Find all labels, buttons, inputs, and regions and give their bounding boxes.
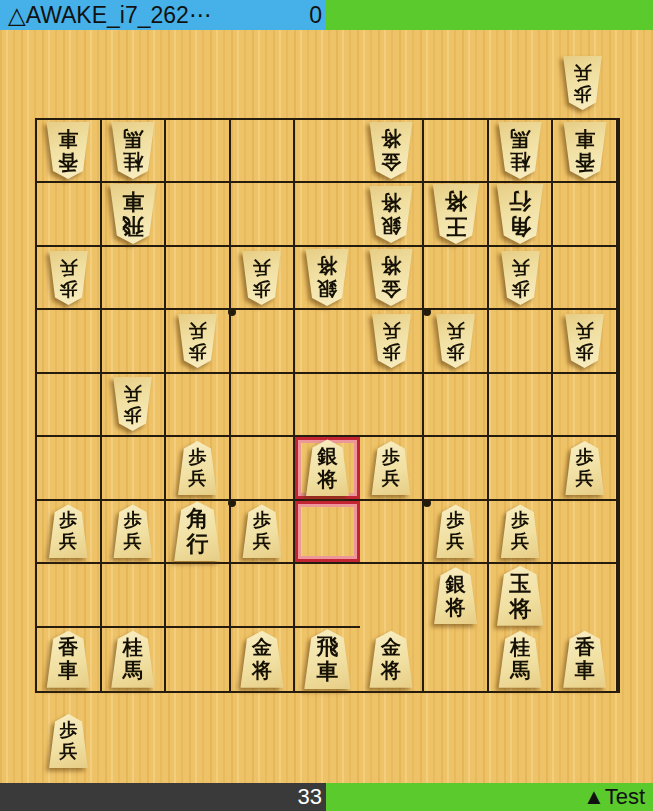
piece-fu-gote[interactable]: 歩兵 — [239, 251, 284, 305]
piece-face: 歩兵 — [175, 314, 220, 368]
square-2d[interactable] — [489, 310, 554, 373]
piece-kanji: 金 — [252, 636, 272, 659]
piece-kanji: 歩 — [188, 447, 206, 468]
square-1g[interactable] — [553, 501, 618, 564]
sente-player-name: ▲Test — [583, 784, 653, 810]
piece-kanji: 兵 — [59, 531, 77, 552]
piece-kanji: 行 — [509, 189, 531, 214]
piece-ky-sente[interactable]: 香車 — [560, 631, 610, 688]
piece-kanji: 兵 — [253, 531, 271, 552]
piece-face: 歩兵 — [46, 504, 91, 558]
square-9c[interactable]: 歩兵 — [37, 247, 102, 310]
square-1i[interactable]: 香車 — [553, 628, 618, 691]
piece-kanji: 将 — [445, 189, 467, 214]
piece-ky-sente[interactable]: 香車 — [43, 631, 93, 688]
piece-kanji: 兵 — [382, 468, 400, 489]
piece-kanji: 香 — [575, 151, 595, 174]
sente-name-panel[interactable]: ▲Test — [326, 783, 653, 811]
piece-ou-gote[interactable]: 王将 — [429, 184, 483, 244]
piece-kanji: 兵 — [59, 257, 77, 278]
piece-face: 香車 — [560, 631, 610, 688]
piece-fu-sente[interactable]: 歩兵 — [433, 504, 478, 558]
piece-face: 歩兵 — [562, 314, 607, 368]
piece-kanji: 歩 — [188, 341, 206, 362]
piece-face: 歩兵 — [369, 441, 414, 495]
piece-fu-gote[interactable]: 歩兵 — [175, 314, 220, 368]
piece-kanji: 兵 — [382, 320, 400, 341]
piece-kanji: 将 — [381, 191, 401, 214]
piece-face: 歩兵 — [498, 251, 543, 305]
square-3e[interactable] — [424, 374, 489, 437]
piece-kanji: 行 — [186, 531, 208, 556]
piece-ky-gote[interactable]: 香車 — [43, 122, 93, 179]
square-1f[interactable]: 歩兵 — [553, 437, 618, 500]
piece-kanji: 飛 — [122, 214, 144, 239]
piece-fu-sente[interactable]: 歩兵 — [498, 504, 543, 558]
piece-kanji: 兵 — [124, 531, 142, 552]
piece-hi-gote[interactable]: 飛車 — [106, 184, 160, 244]
bottom-player-bar: 33 ▲Test — [0, 783, 653, 811]
piece-kanji: 将 — [446, 596, 466, 619]
piece-face: 角行 — [170, 501, 224, 561]
piece-face: 玉将 — [493, 566, 547, 626]
square-1h[interactable] — [553, 564, 618, 627]
piece-face: 歩兵 — [433, 504, 478, 558]
square-4a[interactable]: 金将 — [360, 120, 425, 183]
piece-kanji: 桂 — [123, 151, 143, 174]
piece-kanji: 香 — [58, 151, 78, 174]
piece-face: 桂馬 — [495, 122, 545, 179]
move-count-panel[interactable]: 33 — [0, 783, 326, 811]
piece-kanji: 将 — [252, 659, 272, 682]
piece-kanji: 銀 — [381, 214, 401, 237]
piece-face: 銀将 — [302, 249, 352, 306]
top-green-panel — [326, 0, 653, 30]
piece-kanji: 歩 — [574, 83, 592, 104]
piece-face: 香車 — [43, 631, 93, 688]
piece-kanji: 将 — [381, 255, 401, 278]
piece-fu-sente[interactable]: 歩兵 — [562, 441, 607, 495]
piece-kanji: 馬 — [123, 659, 143, 682]
square-6i[interactable]: 金将 — [231, 628, 296, 691]
piece-kanji: 歩 — [576, 341, 594, 362]
piece-kanji: 兵 — [576, 320, 594, 341]
gote-clock-value: 0 — [309, 2, 326, 29]
square-5f[interactable]: 銀将 — [295, 437, 360, 500]
square-3g[interactable]: 歩兵 — [424, 501, 489, 564]
square-6e[interactable] — [231, 374, 296, 437]
piece-kanji: 歩 — [382, 341, 400, 362]
square-7b[interactable] — [166, 183, 231, 246]
piece-fu-sente[interactable]: 歩兵 — [46, 714, 91, 768]
piece-fu-gote[interactable]: 歩兵 — [369, 314, 414, 368]
square-7i[interactable] — [166, 628, 231, 691]
square-2b[interactable]: 角行 — [489, 183, 554, 246]
piece-kanji: 車 — [575, 659, 595, 682]
piece-kanji: 将 — [509, 596, 531, 621]
piece-gi-sente[interactable]: 銀将 — [302, 439, 352, 496]
piece-face: 銀将 — [366, 186, 416, 243]
piece-gy-sente[interactable]: 玉将 — [493, 566, 547, 626]
piece-kanji: 香 — [58, 636, 78, 659]
square-1c[interactable] — [553, 247, 618, 310]
piece-kanji: 兵 — [574, 62, 592, 83]
piece-face: 歩兵 — [239, 504, 284, 558]
square-5d[interactable] — [295, 310, 360, 373]
piece-fu-gote[interactable]: 歩兵 — [560, 56, 605, 110]
square-7d[interactable]: 歩兵 — [166, 310, 231, 373]
piece-kanji: 兵 — [253, 257, 271, 278]
piece-kanji: 兵 — [511, 257, 529, 278]
piece-kanji: 将 — [381, 659, 401, 682]
square-6b[interactable] — [231, 183, 296, 246]
piece-face: 王将 — [429, 184, 483, 244]
square-3h[interactable]: 銀将 — [424, 564, 489, 627]
piece-kanji: 馬 — [123, 128, 143, 151]
piece-face: 飛車 — [106, 184, 160, 244]
piece-kanji: 歩 — [511, 278, 529, 299]
piece-kanji: 兵 — [447, 531, 465, 552]
piece-ky-gote[interactable]: 香車 — [560, 122, 610, 179]
piece-face: 桂馬 — [108, 122, 158, 179]
square-6f[interactable] — [231, 437, 296, 500]
piece-ke-sente[interactable]: 桂馬 — [495, 631, 545, 688]
piece-kanji: 車 — [122, 189, 144, 214]
piece-face: 歩兵 — [498, 504, 543, 558]
square-3c[interactable] — [424, 247, 489, 310]
piece-fu-sente[interactable]: 歩兵 — [175, 441, 220, 495]
board-area: 香車桂馬金将桂馬香車飛車銀将王将角行歩兵歩兵銀将金将歩兵歩兵歩兵歩兵歩兵歩兵歩兵… — [0, 30, 653, 783]
piece-kanji: 将 — [381, 128, 401, 151]
square-3f[interactable] — [424, 437, 489, 500]
square-5i[interactable]: 飛車 — [295, 628, 360, 691]
piece-kanji: 歩 — [447, 341, 465, 362]
piece-face: 桂馬 — [108, 631, 158, 688]
piece-face: 飛車 — [300, 629, 354, 689]
piece-face: 歩兵 — [46, 251, 91, 305]
piece-face: 金将 — [366, 631, 416, 688]
piece-fu-gote[interactable]: 歩兵 — [433, 314, 478, 368]
square-6g[interactable]: 歩兵 — [231, 501, 296, 564]
square-1e[interactable] — [553, 374, 618, 437]
piece-kanji: 馬 — [510, 128, 530, 151]
piece-ka-sente[interactable]: 角行 — [170, 501, 224, 561]
piece-kanji: 歩 — [253, 510, 271, 531]
piece-kanji: 金 — [381, 636, 401, 659]
piece-face: 香車 — [560, 122, 610, 179]
square-3i[interactable] — [424, 628, 489, 691]
shogi-board: 香車桂馬金将桂馬香車飛車銀将王将角行歩兵歩兵銀将金将歩兵歩兵歩兵歩兵歩兵歩兵歩兵… — [35, 118, 620, 693]
piece-kanji: 桂 — [123, 636, 143, 659]
square-7c[interactable] — [166, 247, 231, 310]
piece-kanji: 歩 — [124, 510, 142, 531]
square-5a[interactable] — [295, 120, 360, 183]
square-5c[interactable]: 銀将 — [295, 247, 360, 310]
square-8d[interactable] — [102, 310, 167, 373]
piece-kanji: 角 — [509, 214, 531, 239]
piece-kanji: 兵 — [447, 320, 465, 341]
square-8a[interactable]: 桂馬 — [102, 120, 167, 183]
piece-kanji: 銀 — [317, 445, 337, 468]
piece-kanji: 車 — [575, 128, 595, 151]
square-9b[interactable] — [37, 183, 102, 246]
top-player-bar: △AWAKE_i7_262⋯ 0 — [0, 0, 653, 30]
piece-face: 歩兵 — [110, 504, 155, 558]
square-7h[interactable] — [166, 564, 231, 627]
move-count-value: 33 — [298, 784, 326, 810]
piece-kanji: 歩 — [382, 447, 400, 468]
square-7g[interactable]: 角行 — [166, 501, 231, 564]
piece-ki-gote[interactable]: 金将 — [366, 249, 416, 306]
piece-face: 歩兵 — [175, 441, 220, 495]
square-9d[interactable] — [37, 310, 102, 373]
square-2f[interactable] — [489, 437, 554, 500]
piece-kanji: 玉 — [509, 571, 531, 596]
piece-ke-sente[interactable]: 桂馬 — [108, 631, 158, 688]
piece-kanji: 兵 — [511, 531, 529, 552]
square-8g[interactable]: 歩兵 — [102, 501, 167, 564]
piece-gi-gote[interactable]: 銀将 — [302, 249, 352, 306]
piece-kanji: 桂 — [510, 151, 530, 174]
square-8c[interactable] — [102, 247, 167, 310]
square-2i[interactable]: 桂馬 — [489, 628, 554, 691]
square-6h[interactable] — [231, 564, 296, 627]
piece-hi-sente[interactable]: 飛車 — [300, 629, 354, 689]
square-9h[interactable] — [37, 564, 102, 627]
piece-face: 香車 — [43, 122, 93, 179]
square-2h[interactable]: 玉将 — [489, 564, 554, 627]
piece-fu-gote[interactable]: 歩兵 — [498, 251, 543, 305]
square-6a[interactable] — [231, 120, 296, 183]
piece-fu-gote[interactable]: 歩兵 — [46, 251, 91, 305]
piece-face: 銀将 — [431, 567, 481, 624]
piece-fu-sente[interactable]: 歩兵 — [46, 504, 91, 558]
piece-kanji: 歩 — [576, 447, 594, 468]
square-3b[interactable]: 王将 — [424, 183, 489, 246]
square-5h[interactable] — [295, 564, 360, 627]
piece-ki-sente[interactable]: 金将 — [237, 631, 287, 688]
piece-kanji: 車 — [58, 128, 78, 151]
piece-face: 歩兵 — [560, 56, 605, 110]
piece-fu-gote[interactable]: 歩兵 — [110, 377, 155, 431]
piece-face: 銀将 — [302, 439, 352, 496]
square-1d[interactable]: 歩兵 — [553, 310, 618, 373]
shogi-app-screen: △AWAKE_i7_262⋯ 0 香車桂馬金将桂馬香車飛車銀将王将角行歩兵歩兵銀… — [0, 0, 653, 811]
piece-face: 歩兵 — [369, 314, 414, 368]
square-4e[interactable] — [360, 374, 425, 437]
square-4c[interactable]: 金将 — [360, 247, 425, 310]
piece-ki-sente[interactable]: 金将 — [366, 631, 416, 688]
piece-fu-sente[interactable]: 歩兵 — [239, 504, 284, 558]
piece-face: 金将 — [366, 249, 416, 306]
piece-fu-gote[interactable]: 歩兵 — [562, 314, 607, 368]
piece-face: 金将 — [366, 122, 416, 179]
piece-ka-gote[interactable]: 角行 — [493, 184, 547, 244]
piece-kanji: 歩 — [124, 404, 142, 425]
square-1a[interactable]: 香車 — [553, 120, 618, 183]
piece-ke-gote[interactable]: 桂馬 — [495, 122, 545, 179]
piece-face: 金将 — [237, 631, 287, 688]
piece-kanji: 将 — [317, 468, 337, 491]
piece-kanji: 歩 — [253, 278, 271, 299]
square-2e[interactable] — [489, 374, 554, 437]
piece-kanji: 歩 — [59, 278, 77, 299]
piece-face: 歩兵 — [110, 377, 155, 431]
square-8f[interactable] — [102, 437, 167, 500]
piece-kanji: 兵 — [188, 320, 206, 341]
piece-fu-sente[interactable]: 歩兵 — [110, 504, 155, 558]
piece-gi-gote[interactable]: 銀将 — [366, 186, 416, 243]
square-2c[interactable]: 歩兵 — [489, 247, 554, 310]
piece-ki-gote[interactable]: 金将 — [366, 122, 416, 179]
piece-face: 歩兵 — [562, 441, 607, 495]
square-7e[interactable] — [166, 374, 231, 437]
piece-kanji: 兵 — [124, 383, 142, 404]
square-4d[interactable]: 歩兵 — [360, 310, 425, 373]
piece-kanji: 馬 — [510, 659, 530, 682]
piece-fu-sente[interactable]: 歩兵 — [369, 441, 414, 495]
square-1b[interactable] — [553, 183, 618, 246]
square-9e[interactable] — [37, 374, 102, 437]
square-6d[interactable] — [231, 310, 296, 373]
square-8e[interactable]: 歩兵 — [102, 374, 167, 437]
square-8i[interactable]: 桂馬 — [102, 628, 167, 691]
square-2a[interactable]: 桂馬 — [489, 120, 554, 183]
square-9i[interactable]: 香車 — [37, 628, 102, 691]
piece-kanji: 金 — [381, 151, 401, 174]
piece-kanji: 兵 — [576, 468, 594, 489]
square-5g[interactable] — [295, 501, 360, 564]
piece-kanji: 歩 — [60, 720, 78, 741]
square-8b[interactable]: 飛車 — [102, 183, 167, 246]
piece-gi-sente[interactable]: 銀将 — [431, 567, 481, 624]
piece-kanji: 兵 — [60, 741, 78, 762]
piece-face: 角行 — [493, 184, 547, 244]
square-3d[interactable]: 歩兵 — [424, 310, 489, 373]
piece-ke-gote[interactable]: 桂馬 — [108, 122, 158, 179]
piece-face: 歩兵 — [239, 251, 284, 305]
piece-kanji: 車 — [58, 659, 78, 682]
piece-kanji: 将 — [317, 255, 337, 278]
square-7a[interactable] — [166, 120, 231, 183]
piece-kanji: 銀 — [446, 573, 466, 596]
piece-kanji: 歩 — [447, 510, 465, 531]
piece-kanji: 王 — [445, 214, 467, 239]
square-5e[interactable] — [295, 374, 360, 437]
square-9f[interactable] — [37, 437, 102, 500]
square-9g[interactable]: 歩兵 — [37, 501, 102, 564]
piece-kanji: 桂 — [510, 636, 530, 659]
square-4g[interactable] — [360, 501, 425, 564]
piece-kanji: 銀 — [317, 278, 337, 301]
piece-kanji: 兵 — [188, 468, 206, 489]
piece-kanji: 飛 — [316, 634, 338, 659]
piece-face: 桂馬 — [495, 631, 545, 688]
piece-kanji: 歩 — [59, 510, 77, 531]
piece-kanji: 車 — [316, 659, 338, 684]
gote-name-panel[interactable]: △AWAKE_i7_262⋯ 0 — [0, 0, 326, 30]
piece-kanji: 歩 — [511, 510, 529, 531]
square-9a[interactable]: 香車 — [37, 120, 102, 183]
square-4b[interactable]: 銀将 — [360, 183, 425, 246]
square-3a[interactable] — [424, 120, 489, 183]
piece-kanji: 角 — [186, 506, 208, 531]
piece-kanji: 金 — [381, 278, 401, 301]
square-4i[interactable]: 金将 — [360, 628, 425, 691]
square-7f[interactable]: 歩兵 — [166, 437, 231, 500]
square-6c[interactable]: 歩兵 — [231, 247, 296, 310]
piece-face: 歩兵 — [433, 314, 478, 368]
square-4f[interactable]: 歩兵 — [360, 437, 425, 500]
piece-kanji: 香 — [575, 636, 595, 659]
square-2g[interactable]: 歩兵 — [489, 501, 554, 564]
square-5b[interactable] — [295, 183, 360, 246]
square-4h[interactable] — [360, 564, 425, 627]
gote-player-name: △AWAKE_i7_262⋯ — [0, 2, 212, 29]
square-8h[interactable] — [102, 564, 167, 627]
piece-face: 歩兵 — [46, 714, 91, 768]
